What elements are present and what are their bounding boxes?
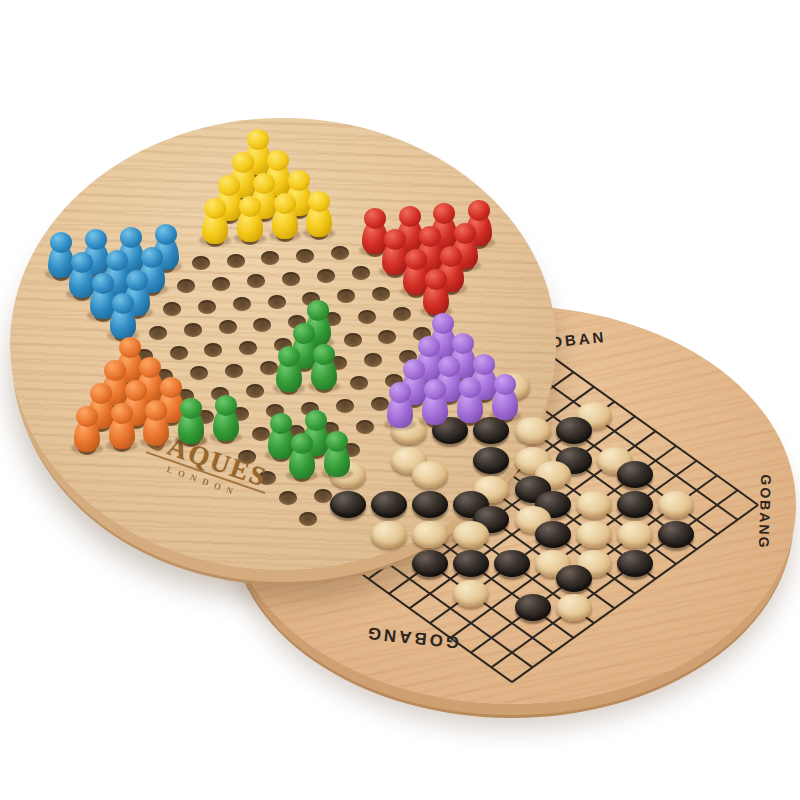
go-stone-black bbox=[617, 550, 653, 577]
peg-hole bbox=[212, 277, 230, 291]
peg-hole bbox=[190, 366, 208, 380]
peg-head bbox=[308, 191, 330, 212]
peg-hole bbox=[149, 326, 167, 340]
go-stone-natural bbox=[453, 580, 489, 607]
go-stone-black bbox=[556, 565, 592, 592]
peg-green bbox=[213, 395, 239, 441]
peg-head bbox=[247, 129, 269, 150]
peg-head bbox=[215, 395, 237, 416]
go-stone-black bbox=[412, 550, 448, 577]
peg-hole bbox=[268, 295, 286, 309]
peg-hole bbox=[246, 384, 264, 398]
peg-hole bbox=[372, 287, 390, 301]
peg-hole bbox=[314, 489, 332, 503]
go-stone-black bbox=[658, 521, 694, 548]
peg-head bbox=[326, 431, 348, 452]
peg-head bbox=[389, 382, 411, 403]
peg-hole bbox=[219, 320, 237, 334]
peg-head bbox=[418, 336, 440, 357]
peg-hole bbox=[337, 289, 355, 303]
peg-blue bbox=[110, 293, 136, 339]
peg-hole bbox=[225, 364, 243, 378]
peg-yellow bbox=[202, 198, 228, 244]
peg-head bbox=[92, 273, 114, 294]
peg-hole bbox=[393, 307, 411, 321]
go-stone-black bbox=[617, 491, 653, 518]
peg-hole bbox=[279, 491, 297, 505]
peg-head bbox=[125, 380, 147, 401]
peg-hole bbox=[299, 512, 317, 526]
go-stone-natural bbox=[617, 521, 653, 548]
peg-hole bbox=[260, 361, 278, 375]
peg-head bbox=[440, 246, 462, 267]
peg-head bbox=[120, 227, 142, 248]
peg-head bbox=[76, 406, 98, 427]
peg-yellow bbox=[237, 196, 263, 242]
peg-hole bbox=[317, 269, 335, 283]
go-stone-natural bbox=[576, 491, 612, 518]
peg-hole bbox=[371, 397, 389, 411]
peg-hole bbox=[163, 302, 181, 316]
go-stone-natural bbox=[658, 491, 694, 518]
peg-head bbox=[139, 357, 161, 378]
peg-head bbox=[432, 313, 454, 334]
go-stone-black bbox=[371, 491, 407, 518]
peg-green bbox=[276, 346, 302, 392]
peg-head bbox=[104, 360, 126, 381]
peg-head bbox=[405, 249, 427, 270]
peg-head bbox=[253, 173, 275, 194]
peg-orange bbox=[74, 406, 100, 452]
peg-head bbox=[384, 229, 406, 250]
peg-hole bbox=[331, 246, 349, 260]
peg-purple bbox=[457, 377, 483, 423]
peg-head bbox=[90, 383, 112, 404]
go-stone-black bbox=[556, 417, 592, 444]
peg-green bbox=[289, 433, 315, 479]
peg-hole bbox=[358, 310, 376, 324]
peg-hole bbox=[336, 399, 354, 413]
peg-hole bbox=[252, 427, 270, 441]
peg-head bbox=[119, 337, 141, 358]
peg-head bbox=[267, 150, 289, 171]
peg-hole bbox=[282, 272, 300, 286]
peg-hole bbox=[198, 300, 216, 314]
peg-head bbox=[106, 250, 128, 271]
peg-head bbox=[293, 323, 315, 344]
peg-head bbox=[155, 224, 177, 245]
peg-green bbox=[324, 431, 350, 477]
peg-head bbox=[494, 374, 516, 395]
product-photo: GOBAN GOBANG GOBANG JAQUES LONDON bbox=[0, 0, 800, 800]
peg-purple bbox=[422, 379, 448, 425]
go-stone-black bbox=[494, 550, 530, 577]
go-stone-black bbox=[412, 491, 448, 518]
peg-head bbox=[141, 247, 163, 268]
peg-hole bbox=[233, 297, 251, 311]
peg-red bbox=[423, 269, 449, 315]
peg-hole bbox=[296, 249, 314, 263]
peg-head bbox=[473, 354, 495, 375]
peg-hole bbox=[378, 330, 396, 344]
peg-hole bbox=[192, 256, 210, 270]
peg-head bbox=[274, 193, 296, 214]
peg-hole bbox=[344, 333, 362, 347]
peg-green bbox=[311, 344, 337, 390]
peg-yellow bbox=[272, 193, 298, 239]
peg-hole bbox=[184, 323, 202, 337]
peg-head bbox=[419, 226, 441, 247]
peg-head bbox=[111, 403, 133, 424]
go-stone-black bbox=[515, 594, 551, 621]
go-stone-black bbox=[473, 447, 509, 474]
peg-hole bbox=[261, 251, 279, 265]
peg-hole bbox=[247, 274, 265, 288]
peg-hole bbox=[350, 376, 368, 390]
go-stone-natural bbox=[453, 521, 489, 548]
peg-head bbox=[399, 206, 421, 227]
peg-purple bbox=[387, 382, 413, 428]
peg-head bbox=[239, 196, 261, 217]
peg-hole bbox=[239, 341, 257, 355]
peg-orange bbox=[143, 400, 169, 446]
peg-hole bbox=[204, 343, 222, 357]
go-stone-natural bbox=[576, 521, 612, 548]
peg-head bbox=[288, 170, 310, 191]
peg-head bbox=[364, 208, 386, 229]
go-stone-black bbox=[330, 491, 366, 518]
peg-hole bbox=[177, 279, 195, 293]
go-stone-natural bbox=[412, 521, 448, 548]
go-stone-natural bbox=[556, 594, 592, 621]
peg-yellow bbox=[306, 191, 332, 237]
peg-hole bbox=[364, 353, 382, 367]
peg-head bbox=[313, 344, 335, 365]
peg-hole bbox=[352, 266, 370, 280]
go-stone-natural bbox=[515, 417, 551, 444]
peg-hole bbox=[253, 318, 271, 332]
go-stone-natural bbox=[371, 521, 407, 548]
go-stone-black bbox=[453, 550, 489, 577]
peg-hole bbox=[227, 254, 245, 268]
peg-green bbox=[178, 398, 204, 444]
go-stone-black bbox=[535, 521, 571, 548]
peg-head bbox=[424, 379, 446, 400]
peg-head bbox=[160, 377, 182, 398]
peg-hole bbox=[170, 346, 188, 360]
peg-head bbox=[459, 377, 481, 398]
peg-head bbox=[180, 398, 202, 419]
peg-orange bbox=[109, 403, 135, 449]
peg-purple bbox=[492, 374, 518, 420]
gobang-label-right: GOBANG bbox=[756, 474, 775, 550]
peg-hole bbox=[356, 420, 374, 434]
